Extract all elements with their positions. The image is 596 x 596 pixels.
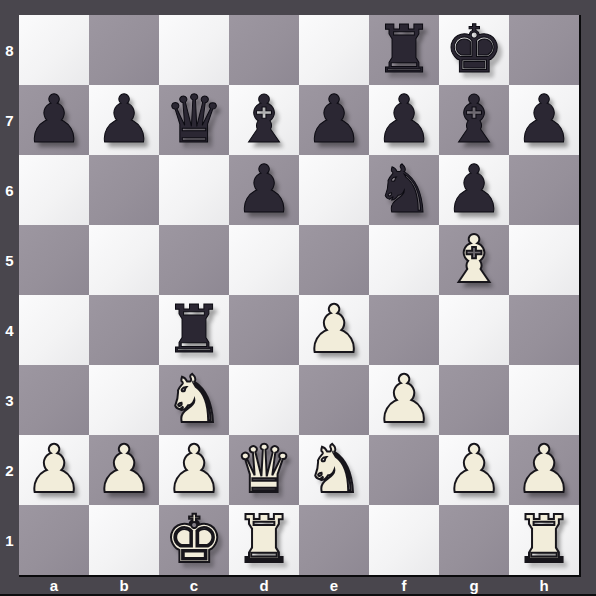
square-h3[interactable]: [509, 365, 579, 435]
square-f4[interactable]: [369, 295, 439, 365]
square-g3[interactable]: [439, 365, 509, 435]
square-f2[interactable]: [369, 435, 439, 505]
piece-white-king-c1[interactable]: ♚: [164, 505, 223, 575]
piece-white-pawn-c2[interactable]: ♟: [164, 435, 223, 505]
square-f6[interactable]: ♞: [369, 155, 439, 225]
rank-label-4: 4: [0, 295, 19, 365]
square-g1[interactable]: [439, 505, 509, 575]
square-c6[interactable]: [159, 155, 229, 225]
square-e6[interactable]: [299, 155, 369, 225]
square-f3[interactable]: ♟: [369, 365, 439, 435]
square-g6[interactable]: ♟: [439, 155, 509, 225]
rank-label-2: 2: [0, 435, 19, 505]
file-label-d: d: [229, 577, 299, 594]
file-label-a: a: [19, 577, 89, 594]
square-b3[interactable]: [89, 365, 159, 435]
square-a5[interactable]: [19, 225, 89, 295]
rank-label-5: 5: [0, 225, 19, 295]
square-c2[interactable]: ♟: [159, 435, 229, 505]
piece-black-pawn-a7[interactable]: ♟: [24, 85, 83, 155]
square-a8[interactable]: [19, 15, 89, 85]
piece-white-rook-h1[interactable]: ♜: [514, 505, 573, 575]
square-a3[interactable]: [19, 365, 89, 435]
square-c1[interactable]: ♚: [159, 505, 229, 575]
square-g2[interactable]: ♟: [439, 435, 509, 505]
file-label-b: b: [89, 577, 159, 594]
file-label-f: f: [369, 577, 439, 594]
piece-black-king-g8[interactable]: ♚: [444, 15, 503, 85]
piece-white-knight-e2[interactable]: ♞: [304, 435, 363, 505]
square-h6[interactable]: [509, 155, 579, 225]
square-e4[interactable]: ♟: [299, 295, 369, 365]
file-label-e: e: [299, 577, 369, 594]
square-f8[interactable]: ♜: [369, 15, 439, 85]
square-b1[interactable]: [89, 505, 159, 575]
square-c3[interactable]: ♞: [159, 365, 229, 435]
square-b6[interactable]: [89, 155, 159, 225]
square-d2[interactable]: ♛: [229, 435, 299, 505]
piece-white-pawn-h2[interactable]: ♟: [514, 435, 573, 505]
file-label-c: c: [159, 577, 229, 594]
square-d4[interactable]: [229, 295, 299, 365]
square-d3[interactable]: [229, 365, 299, 435]
piece-white-queen-d2[interactable]: ♛: [234, 435, 293, 505]
rank-labels: 87654321: [0, 15, 19, 575]
square-e5[interactable]: [299, 225, 369, 295]
piece-black-pawn-f7[interactable]: ♟: [374, 85, 433, 155]
square-c4[interactable]: ♜: [159, 295, 229, 365]
rank-label-6: 6: [0, 155, 19, 225]
square-e2[interactable]: ♞: [299, 435, 369, 505]
square-h2[interactable]: ♟: [509, 435, 579, 505]
square-a4[interactable]: [19, 295, 89, 365]
piece-black-pawn-d6[interactable]: ♟: [234, 155, 293, 225]
square-d6[interactable]: ♟: [229, 155, 299, 225]
square-b8[interactable]: [89, 15, 159, 85]
file-label-g: g: [439, 577, 509, 594]
square-f1[interactable]: [369, 505, 439, 575]
piece-white-pawn-e4[interactable]: ♟: [304, 295, 363, 365]
square-d5[interactable]: [229, 225, 299, 295]
piece-black-bishop-d7[interactable]: ♝: [234, 85, 293, 155]
rank-label-8: 8: [0, 15, 19, 85]
square-g8[interactable]: ♚: [439, 15, 509, 85]
square-c7[interactable]: ♛: [159, 85, 229, 155]
square-h8[interactable]: [509, 15, 579, 85]
chess-board: ♜♚♟♟♛♝♟♟♝♟♟♞♟♝♜♟♞♟♟♟♟♛♞♟♟♚♜♜: [19, 15, 581, 577]
square-b2[interactable]: ♟: [89, 435, 159, 505]
piece-white-bishop-g5[interactable]: ♝: [444, 225, 503, 295]
square-a1[interactable]: [19, 505, 89, 575]
piece-black-pawn-b7[interactable]: ♟: [94, 85, 153, 155]
rank-label-7: 7: [0, 85, 19, 155]
piece-white-pawn-g2[interactable]: ♟: [444, 435, 503, 505]
piece-black-rook-f8[interactable]: ♜: [374, 15, 433, 85]
square-b7[interactable]: ♟: [89, 85, 159, 155]
square-g5[interactable]: ♝: [439, 225, 509, 295]
square-d8[interactable]: [229, 15, 299, 85]
square-h5[interactable]: [509, 225, 579, 295]
square-h4[interactable]: [509, 295, 579, 365]
square-c5[interactable]: [159, 225, 229, 295]
piece-black-knight-f6[interactable]: ♞: [374, 155, 433, 225]
rank-label-3: 3: [0, 365, 19, 435]
chessboard-window: 87654321 ♜♚♟♟♛♝♟♟♝♟♟♞♟♝♜♟♞♟♟♟♟♛♞♟♟♚♜♜ ab…: [0, 0, 596, 596]
square-f7[interactable]: ♟: [369, 85, 439, 155]
square-g4[interactable]: [439, 295, 509, 365]
square-d7[interactable]: ♝: [229, 85, 299, 155]
piece-black-pawn-h7[interactable]: ♟: [514, 85, 573, 155]
piece-white-pawn-f3[interactable]: ♟: [374, 365, 433, 435]
piece-white-rook-d1[interactable]: ♜: [234, 505, 293, 575]
square-b5[interactable]: [89, 225, 159, 295]
square-c8[interactable]: [159, 15, 229, 85]
piece-white-knight-c3[interactable]: ♞: [164, 365, 223, 435]
square-e7[interactable]: ♟: [299, 85, 369, 155]
file-label-h: h: [509, 577, 579, 594]
square-a2[interactable]: ♟: [19, 435, 89, 505]
square-h1[interactable]: ♜: [509, 505, 579, 575]
square-e3[interactable]: [299, 365, 369, 435]
rank-label-1: 1: [0, 505, 19, 575]
piece-black-bishop-g7[interactable]: ♝: [444, 85, 503, 155]
square-g7[interactable]: ♝: [439, 85, 509, 155]
square-a7[interactable]: ♟: [19, 85, 89, 155]
file-labels: abcdefgh: [19, 577, 579, 594]
square-f5[interactable]: [369, 225, 439, 295]
square-a6[interactable]: [19, 155, 89, 225]
square-d1[interactable]: ♜: [229, 505, 299, 575]
square-e1[interactable]: [299, 505, 369, 575]
piece-black-pawn-e7[interactable]: ♟: [304, 85, 363, 155]
piece-black-queen-c7[interactable]: ♛: [164, 85, 223, 155]
piece-black-rook-c4[interactable]: ♜: [164, 295, 223, 365]
piece-black-pawn-g6[interactable]: ♟: [444, 155, 503, 225]
square-h7[interactable]: ♟: [509, 85, 579, 155]
piece-white-pawn-a2[interactable]: ♟: [24, 435, 83, 505]
piece-white-pawn-b2[interactable]: ♟: [94, 435, 153, 505]
square-e8[interactable]: [299, 15, 369, 85]
square-b4[interactable]: [89, 295, 159, 365]
